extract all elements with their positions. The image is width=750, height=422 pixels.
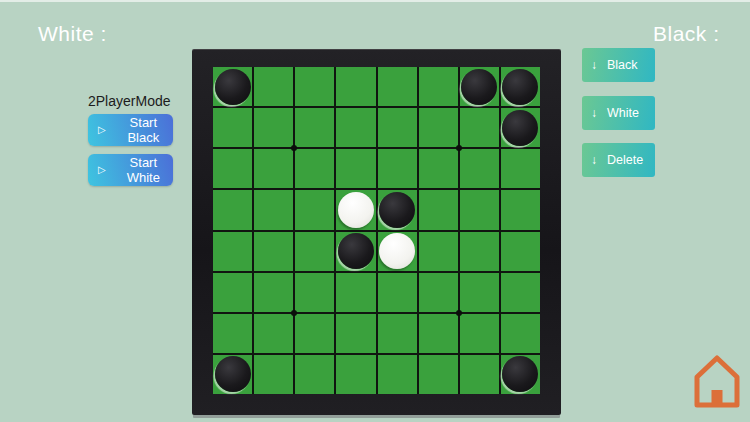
cell-d7[interactable] (336, 314, 375, 353)
cell-f5[interactable] (419, 232, 458, 271)
start-black-button[interactable]: ▷ Start Black (88, 114, 173, 146)
cell-g2[interactable] (460, 108, 499, 147)
cell-h7[interactable] (501, 314, 540, 353)
cell-f7[interactable] (419, 314, 458, 353)
cell-f2[interactable] (419, 108, 458, 147)
black-disc-a8 (215, 356, 251, 392)
cell-c7[interactable] (295, 314, 334, 353)
cell-f1[interactable] (419, 67, 458, 106)
start-white-button[interactable]: ▷ Start White (88, 154, 173, 186)
black-disc-a1 (215, 69, 251, 105)
cell-e8[interactable] (378, 355, 417, 394)
cell-c4[interactable] (295, 190, 334, 229)
down-arrow-icon: ↓ (591, 107, 597, 119)
white-disc-d4 (338, 192, 374, 228)
cell-b4[interactable] (254, 190, 293, 229)
cell-d6[interactable] (336, 273, 375, 312)
board-frame (192, 49, 561, 415)
cell-h4[interactable] (501, 190, 540, 229)
cell-b3[interactable] (254, 149, 293, 188)
cell-f6[interactable] (419, 273, 458, 312)
cell-e1[interactable] (378, 67, 417, 106)
cell-d2[interactable] (336, 108, 375, 147)
cell-d1[interactable] (336, 67, 375, 106)
cell-b1[interactable] (254, 67, 293, 106)
cell-g5[interactable] (460, 232, 499, 271)
cell-b5[interactable] (254, 232, 293, 271)
cell-c1[interactable] (295, 67, 334, 106)
delete-button[interactable]: ↓ Delete (582, 143, 655, 177)
cell-b8[interactable] (254, 355, 293, 394)
cell-c8[interactable] (295, 355, 334, 394)
black-disc-e4 (379, 192, 415, 228)
cell-g8[interactable] (460, 355, 499, 394)
black-disc-h1 (502, 69, 538, 105)
cell-a5[interactable] (213, 232, 252, 271)
cell-d4[interactable] (336, 190, 375, 229)
cell-a2[interactable] (213, 108, 252, 147)
start-black-label: Start Black (114, 115, 173, 145)
black-disc-d5 (338, 233, 374, 269)
cell-a4[interactable] (213, 190, 252, 229)
cell-g4[interactable] (460, 190, 499, 229)
cell-h6[interactable] (501, 273, 540, 312)
cell-e2[interactable] (378, 108, 417, 147)
start-white-label: Start White (114, 155, 173, 185)
drop-black-button[interactable]: ↓ Black (582, 48, 655, 82)
cell-e7[interactable] (378, 314, 417, 353)
cell-h8[interactable] (501, 355, 540, 394)
cell-a1[interactable] (213, 67, 252, 106)
cell-b2[interactable] (254, 108, 293, 147)
black-disc-h2 (502, 110, 538, 146)
cell-b6[interactable] (254, 273, 293, 312)
cell-g1[interactable] (460, 67, 499, 106)
cell-f8[interactable] (419, 355, 458, 394)
mode-title: 2PlayerMode (88, 93, 171, 109)
play-icon: ▷ (98, 165, 106, 175)
board-grid (213, 67, 540, 394)
home-icon (692, 353, 742, 411)
cell-c2[interactable] (295, 108, 334, 147)
drop-white-label: White (607, 106, 639, 120)
cell-g7[interactable] (460, 314, 499, 353)
cell-d3[interactable] (336, 149, 375, 188)
cell-h2[interactable] (501, 108, 540, 147)
cell-b7[interactable] (254, 314, 293, 353)
cell-g6[interactable] (460, 273, 499, 312)
cell-h3[interactable] (501, 149, 540, 188)
cell-d5[interactable] (336, 232, 375, 271)
cell-a7[interactable] (213, 314, 252, 353)
cell-a3[interactable] (213, 149, 252, 188)
cell-c6[interactable] (295, 273, 334, 312)
play-icon: ▷ (98, 125, 106, 135)
cell-e3[interactable] (378, 149, 417, 188)
down-arrow-icon: ↓ (591, 59, 597, 71)
cell-c3[interactable] (295, 149, 334, 188)
cell-e5[interactable] (378, 232, 417, 271)
down-arrow-icon: ↓ (591, 154, 597, 166)
cell-d8[interactable] (336, 355, 375, 394)
cell-g3[interactable] (460, 149, 499, 188)
black-score-label: Black : (653, 22, 720, 46)
white-score-label: White : (38, 22, 107, 46)
home-button[interactable] (690, 351, 744, 413)
cell-h5[interactable] (501, 232, 540, 271)
black-disc-h8 (502, 356, 538, 392)
cell-a6[interactable] (213, 273, 252, 312)
cell-e6[interactable] (378, 273, 417, 312)
cell-c5[interactable] (295, 232, 334, 271)
cell-e4[interactable] (378, 190, 417, 229)
cell-h1[interactable] (501, 67, 540, 106)
cell-a8[interactable] (213, 355, 252, 394)
drop-black-label: Black (607, 58, 638, 72)
drop-white-button[interactable]: ↓ White (582, 96, 655, 130)
delete-label: Delete (607, 153, 643, 167)
cell-f4[interactable] (419, 190, 458, 229)
white-disc-e5 (379, 233, 415, 269)
othello-app-screen: White : Black : 2PlayerMode ▷ Start Blac… (0, 0, 750, 422)
black-disc-g1 (461, 69, 497, 105)
cell-f3[interactable] (419, 149, 458, 188)
